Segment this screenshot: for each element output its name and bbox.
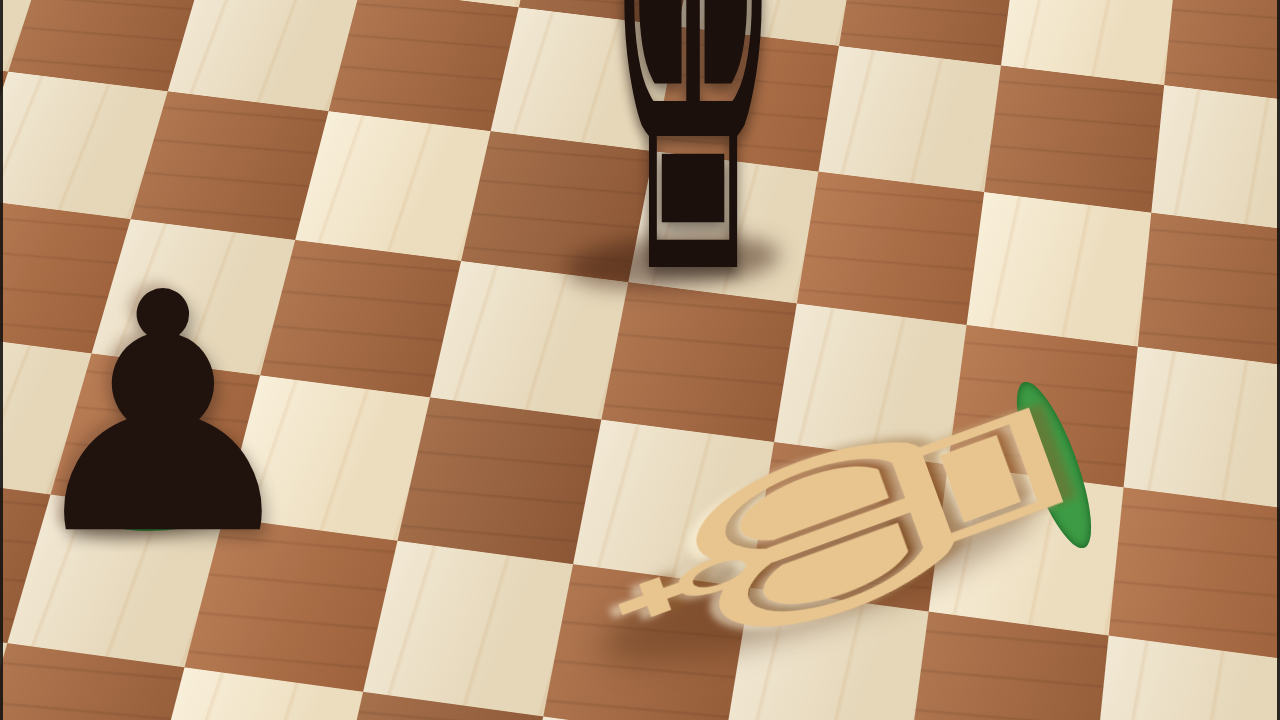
board-square xyxy=(984,65,1164,212)
black-pawn-glyph: ♟ xyxy=(0,245,333,585)
board-square xyxy=(797,172,984,325)
board-square xyxy=(818,46,1001,192)
letterbox-left xyxy=(0,0,3,720)
board-square xyxy=(329,0,519,131)
board-square xyxy=(1151,85,1280,233)
board-square xyxy=(295,111,490,261)
board-square xyxy=(131,91,329,240)
photo-scene: ♚ ♟ ♚ xyxy=(0,0,1280,720)
black-king-glyph: ♚ xyxy=(595,0,791,375)
